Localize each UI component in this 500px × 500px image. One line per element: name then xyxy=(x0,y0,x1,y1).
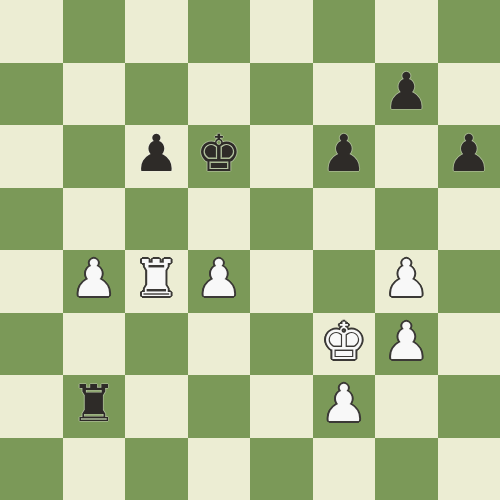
black-pawn-g7[interactable]: ♟ xyxy=(383,61,429,124)
square-b6[interactable] xyxy=(63,125,126,188)
square-c6[interactable]: ♟ xyxy=(125,125,188,188)
square-e5[interactable] xyxy=(250,188,313,251)
white-king-f3[interactable]: ♚ xyxy=(321,311,367,374)
square-a5[interactable] xyxy=(0,188,63,251)
square-h1[interactable] xyxy=(438,438,500,500)
square-e6[interactable] xyxy=(250,125,313,188)
black-pawn-f6[interactable]: ♟ xyxy=(321,123,367,186)
white-pawn-d4[interactable]: ♟ xyxy=(196,248,242,311)
white-pawn-g3[interactable]: ♟ xyxy=(383,311,429,374)
square-h2[interactable] xyxy=(438,375,500,438)
square-d6[interactable]: ♚ xyxy=(188,125,251,188)
square-a6[interactable] xyxy=(0,125,63,188)
square-f2[interactable]: ♟ xyxy=(313,375,376,438)
square-d7[interactable] xyxy=(188,63,251,126)
white-pawn-g4[interactable]: ♟ xyxy=(383,248,429,311)
square-e3[interactable] xyxy=(250,313,313,376)
square-g5[interactable] xyxy=(375,188,438,251)
square-f4[interactable] xyxy=(313,250,376,313)
square-d8[interactable] xyxy=(188,0,251,63)
black-king-d6[interactable]: ♚ xyxy=(196,123,242,186)
square-g3[interactable]: ♟ xyxy=(375,313,438,376)
square-h3[interactable] xyxy=(438,313,500,376)
white-pawn-f2[interactable]: ♟ xyxy=(321,373,367,436)
square-a3[interactable] xyxy=(0,313,63,376)
square-a7[interactable] xyxy=(0,63,63,126)
white-pawn-b4[interactable]: ♟ xyxy=(71,248,117,311)
square-f1[interactable] xyxy=(313,438,376,500)
black-rook-b2[interactable]: ♜ xyxy=(71,373,117,436)
square-a8[interactable] xyxy=(0,0,63,63)
square-e1[interactable] xyxy=(250,438,313,500)
square-h6[interactable]: ♟ xyxy=(438,125,500,188)
square-g2[interactable] xyxy=(375,375,438,438)
square-b4[interactable]: ♟ xyxy=(63,250,126,313)
square-d5[interactable] xyxy=(188,188,251,251)
square-c5[interactable] xyxy=(125,188,188,251)
chess-board: ♟♟♚♟♟♟♜♟♟♚♟♜♟ xyxy=(0,0,500,500)
square-c2[interactable] xyxy=(125,375,188,438)
square-h4[interactable] xyxy=(438,250,500,313)
square-h7[interactable] xyxy=(438,63,500,126)
square-f6[interactable]: ♟ xyxy=(313,125,376,188)
square-d2[interactable] xyxy=(188,375,251,438)
square-h8[interactable] xyxy=(438,0,500,63)
square-f3[interactable]: ♚ xyxy=(313,313,376,376)
square-f8[interactable] xyxy=(313,0,376,63)
square-h5[interactable] xyxy=(438,188,500,251)
square-c7[interactable] xyxy=(125,63,188,126)
square-a1[interactable] xyxy=(0,438,63,500)
square-b1[interactable] xyxy=(63,438,126,500)
square-a4[interactable] xyxy=(0,250,63,313)
square-e4[interactable] xyxy=(250,250,313,313)
square-e2[interactable] xyxy=(250,375,313,438)
square-c1[interactable] xyxy=(125,438,188,500)
square-a2[interactable] xyxy=(0,375,63,438)
square-b8[interactable] xyxy=(63,0,126,63)
square-c8[interactable] xyxy=(125,0,188,63)
square-g6[interactable] xyxy=(375,125,438,188)
square-g4[interactable]: ♟ xyxy=(375,250,438,313)
square-b7[interactable] xyxy=(63,63,126,126)
black-pawn-c6[interactable]: ♟ xyxy=(133,123,179,186)
square-e8[interactable] xyxy=(250,0,313,63)
square-b5[interactable] xyxy=(63,188,126,251)
square-d1[interactable] xyxy=(188,438,251,500)
square-f5[interactable] xyxy=(313,188,376,251)
square-e7[interactable] xyxy=(250,63,313,126)
square-d3[interactable] xyxy=(188,313,251,376)
square-b2[interactable]: ♜ xyxy=(63,375,126,438)
white-rook-c4[interactable]: ♜ xyxy=(133,248,179,311)
black-pawn-h6[interactable]: ♟ xyxy=(446,123,492,186)
square-c3[interactable] xyxy=(125,313,188,376)
square-b3[interactable] xyxy=(63,313,126,376)
square-d4[interactable]: ♟ xyxy=(188,250,251,313)
square-g1[interactable] xyxy=(375,438,438,500)
square-g8[interactable] xyxy=(375,0,438,63)
square-f7[interactable] xyxy=(313,63,376,126)
square-g7[interactable]: ♟ xyxy=(375,63,438,126)
square-c4[interactable]: ♜ xyxy=(125,250,188,313)
